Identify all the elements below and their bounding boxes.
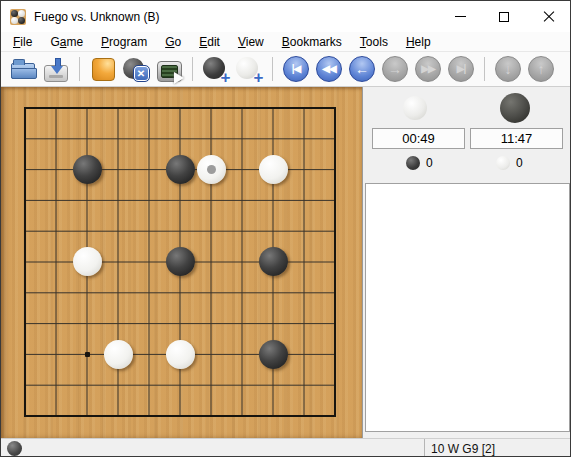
board-point-A11[interactable]	[10, 93, 41, 124]
board-point-K1[interactable]	[289, 401, 320, 432]
board-point-B5[interactable]	[41, 277, 72, 308]
board-point-L5[interactable]	[320, 277, 351, 308]
board-point-F1[interactable]	[165, 401, 196, 432]
board-point-H6[interactable]	[227, 247, 258, 278]
board-point-K3[interactable]	[289, 339, 320, 370]
board-point-F5[interactable]	[165, 277, 196, 308]
board-point-L1[interactable]	[320, 401, 351, 432]
board-point-D3[interactable]	[103, 339, 134, 370]
board-point-G7[interactable]	[196, 216, 227, 247]
board-point-D11[interactable]	[103, 93, 134, 124]
board-point-C1[interactable]	[72, 401, 103, 432]
black-stone-F6	[166, 247, 195, 276]
board-point-K5[interactable]	[289, 277, 320, 308]
hoshi-point-C3	[85, 352, 90, 357]
board-point-L4[interactable]	[320, 308, 351, 339]
board-point-J1[interactable]	[258, 401, 289, 432]
board-point-E3[interactable]	[134, 339, 165, 370]
minimize-icon	[455, 16, 466, 17]
previous-variation-button: ↑	[527, 55, 555, 83]
icon-white-stone	[11, 17, 18, 24]
board-point-C9[interactable]	[72, 154, 103, 185]
white-player-stone	[403, 96, 427, 120]
play-black-button[interactable]: +	[202, 55, 230, 83]
board-point-L6[interactable]	[320, 247, 351, 278]
plus-icon: +	[254, 69, 264, 86]
board-point-H9[interactable]	[227, 154, 258, 185]
board-point-C3[interactable]	[72, 339, 103, 370]
forward-10-button: ▶▶	[414, 55, 442, 83]
comment-area[interactable]	[365, 183, 570, 432]
app-window: Fuego vs. Unknown (B) FileGameProgramGoE…	[0, 0, 571, 457]
board-point-F4[interactable]	[165, 308, 196, 339]
menu-tools[interactable]: Tools	[351, 33, 397, 51]
board-point-J9[interactable]	[258, 154, 289, 185]
board-point-B1[interactable]	[41, 401, 72, 432]
close-button[interactable]	[526, 1, 570, 32]
window-title: Fuego vs. Unknown (B)	[34, 10, 159, 24]
board-point-J3[interactable]	[258, 339, 289, 370]
toolbar-separator	[79, 57, 80, 81]
board-point-D6[interactable]	[103, 247, 134, 278]
board-point-K8[interactable]	[289, 185, 320, 216]
pass-icon: ✕	[123, 56, 150, 83]
captured-white-stone-icon	[496, 156, 510, 170]
board-point-A7[interactable]	[10, 216, 41, 247]
board-point-K11[interactable]	[289, 93, 320, 124]
save-button[interactable]	[42, 55, 70, 83]
board-point-J6[interactable]	[258, 247, 289, 278]
maximize-button[interactable]	[482, 1, 526, 32]
board-point-C4[interactable]	[72, 308, 103, 339]
black-stone-J3	[259, 340, 288, 369]
board-point-B2[interactable]	[41, 370, 72, 401]
last-move-marker	[207, 165, 216, 174]
icon-black-stone	[11, 10, 18, 17]
pass-x-icon: ✕	[133, 65, 150, 82]
play-white-icon: +	[236, 56, 263, 83]
pass-button[interactable]: ✕	[122, 55, 150, 83]
board-point-G6[interactable]	[196, 247, 227, 278]
menu-help[interactable]: Help	[397, 33, 440, 51]
board-point-K2[interactable]	[289, 370, 320, 401]
board-point-G9[interactable]	[196, 154, 227, 185]
white-clock: 00:49	[372, 128, 465, 149]
board-point-J11[interactable]	[258, 93, 289, 124]
main-area: 00:49 11:47 0 0	[1, 87, 570, 438]
board-point-F3[interactable]	[165, 339, 196, 370]
board-point-F11[interactable]	[165, 93, 196, 124]
board-point-J10[interactable]	[258, 123, 289, 154]
board-point-A6[interactable]	[10, 247, 41, 278]
status-separator	[424, 439, 425, 457]
title-bar[interactable]: Fuego vs. Unknown (B)	[1, 1, 570, 32]
board-point-G1[interactable]	[196, 401, 227, 432]
white-captures: 0	[406, 156, 433, 170]
board-point-L3[interactable]	[320, 339, 351, 370]
black-captures: 0	[496, 156, 523, 170]
toolbar-separator	[192, 57, 193, 81]
board-point-K7[interactable]	[289, 216, 320, 247]
menu-file[interactable]: File	[4, 33, 41, 51]
toolbar-separator	[484, 57, 485, 81]
board-point-C8[interactable]	[72, 185, 103, 216]
board-point-F7[interactable]	[165, 216, 196, 247]
board-point-B10[interactable]	[41, 123, 72, 154]
board-intersections	[10, 93, 351, 432]
board-point-E10[interactable]	[134, 123, 165, 154]
board-point-D2[interactable]	[103, 370, 134, 401]
board-point-F9[interactable]	[165, 154, 196, 185]
board-point-H2[interactable]	[227, 370, 258, 401]
board-point-G4[interactable]	[196, 308, 227, 339]
black-stone-C9	[73, 155, 102, 184]
board-point-H8[interactable]	[227, 185, 258, 216]
board-point-J7[interactable]	[258, 216, 289, 247]
close-icon	[543, 11, 554, 22]
menu-program[interactable]: Program	[92, 33, 156, 51]
board-point-E4[interactable]	[134, 308, 165, 339]
board-point-G8[interactable]	[196, 185, 227, 216]
board-point-H5[interactable]	[227, 277, 258, 308]
backward-10-icon: ◀◀	[316, 56, 342, 82]
end-button: ▶|	[447, 55, 475, 83]
board-point-A5[interactable]	[10, 277, 41, 308]
white-stone-F3	[166, 340, 195, 369]
down-arrow-icon: ↓	[495, 56, 521, 82]
go-to-end-icon: ▶|	[448, 56, 474, 82]
board-point-L10[interactable]	[320, 123, 351, 154]
board-point-F6[interactable]	[165, 247, 196, 278]
open-button[interactable]	[9, 55, 37, 83]
board-point-G5[interactable]	[196, 277, 227, 308]
icon-white-stone	[18, 10, 25, 17]
board-point-C5[interactable]	[72, 277, 103, 308]
toolbar-separator	[272, 57, 273, 81]
board-point-K9[interactable]	[289, 154, 320, 185]
white-stone-G9	[197, 155, 226, 184]
board-point-K4[interactable]	[289, 308, 320, 339]
save-disk-icon	[44, 65, 68, 82]
board-point-B7[interactable]	[41, 216, 72, 247]
board-point-H7[interactable]	[227, 216, 258, 247]
board-point-H10[interactable]	[227, 123, 258, 154]
board-point-J5[interactable]	[258, 277, 289, 308]
menubar: FileGameProgramGoEditViewBookmarksToolsH…	[1, 32, 570, 52]
icon-black-stone	[18, 17, 25, 24]
board-point-G11[interactable]	[196, 93, 227, 124]
board-point-A9[interactable]	[10, 154, 41, 185]
board-point-B6[interactable]	[41, 247, 72, 278]
board-point-A1[interactable]	[10, 401, 41, 432]
board-point-E8[interactable]	[134, 185, 165, 216]
forward-10-icon: ▶▶	[415, 56, 441, 82]
play-white-button[interactable]: +	[235, 55, 263, 83]
board-point-F8[interactable]	[165, 185, 196, 216]
play-icon	[157, 61, 182, 82]
board-point-A8[interactable]	[10, 185, 41, 216]
board-point-H11[interactable]	[227, 93, 258, 124]
play-arrow-icon	[174, 72, 184, 84]
play-button[interactable]	[155, 55, 183, 83]
captured-black-stone-icon	[406, 156, 420, 170]
window-controls	[438, 1, 570, 32]
board-point-G3[interactable]	[196, 339, 227, 370]
board-point-D8[interactable]	[103, 185, 134, 216]
board-point-G10[interactable]	[196, 123, 227, 154]
go-to-beginning-icon: |◀	[283, 56, 309, 82]
menu-go[interactable]: Go	[156, 33, 190, 51]
menu-game[interactable]: Game	[41, 33, 92, 51]
white-stone-J9	[259, 155, 288, 184]
board-point-L7[interactable]	[320, 216, 351, 247]
open-folder-icon	[11, 63, 35, 79]
menu-bookmarks[interactable]: Bookmarks	[273, 33, 351, 51]
backward-10-button[interactable]: ◀◀	[315, 55, 343, 83]
board-point-A10[interactable]	[10, 123, 41, 154]
up-arrow-icon: ↑	[528, 56, 554, 82]
backward-icon: ←	[349, 56, 375, 82]
board-point-C6[interactable]	[72, 247, 103, 278]
save-arrow-icon	[51, 58, 63, 73]
board-point-D4[interactable]	[103, 308, 134, 339]
board-point-E11[interactable]	[134, 93, 165, 124]
board-point-C7[interactable]	[72, 216, 103, 247]
play-black-icon: +	[203, 56, 230, 83]
board-point-H3[interactable]	[227, 339, 258, 370]
board-point-B9[interactable]	[41, 154, 72, 185]
board-point-L2[interactable]	[320, 370, 351, 401]
board-point-B4[interactable]	[41, 308, 72, 339]
board-point-L8[interactable]	[320, 185, 351, 216]
board-point-D5[interactable]	[103, 277, 134, 308]
board-point-L11[interactable]	[320, 93, 351, 124]
next-variation-button: ↓	[494, 55, 522, 83]
board-point-C11[interactable]	[72, 93, 103, 124]
app-icon	[10, 9, 26, 25]
board-point-D7[interactable]	[103, 216, 134, 247]
board-point-J4[interactable]	[258, 308, 289, 339]
board-point-D10[interactable]	[103, 123, 134, 154]
black-player-stone	[500, 93, 530, 123]
board-point-B11[interactable]	[41, 93, 72, 124]
maximize-icon	[499, 12, 509, 22]
board-point-D1[interactable]	[103, 401, 134, 432]
board-point-A3[interactable]	[10, 339, 41, 370]
board-point-L9[interactable]	[320, 154, 351, 185]
board-point-B8[interactable]	[41, 185, 72, 216]
board-point-J8[interactable]	[258, 185, 289, 216]
board-point-E2[interactable]	[134, 370, 165, 401]
info-panel: 00:49 11:47 0 0	[362, 87, 571, 438]
menu-view[interactable]: View	[229, 33, 273, 51]
go-board	[1, 87, 362, 438]
white-stone-C6	[73, 247, 102, 276]
minimize-button[interactable]	[438, 1, 482, 32]
plus-icon: +	[221, 69, 231, 86]
board-point-E6[interactable]	[134, 247, 165, 278]
black-stone-F9	[166, 155, 195, 184]
board-point-K6[interactable]	[289, 247, 320, 278]
board-point-B3[interactable]	[41, 339, 72, 370]
new-game-button[interactable]	[89, 55, 117, 83]
board-point-J2[interactable]	[258, 370, 289, 401]
board-point-E5[interactable]	[134, 277, 165, 308]
menu-edit[interactable]: Edit	[190, 33, 229, 51]
board-point-E7[interactable]	[134, 216, 165, 247]
board-point-K10[interactable]	[289, 123, 320, 154]
black-stone-J6	[259, 247, 288, 276]
backward-button[interactable]: ←	[348, 55, 376, 83]
forward-icon: →	[382, 56, 408, 82]
new-game-icon	[92, 58, 115, 81]
captured-black-count: 0	[426, 156, 433, 170]
board-point-D9[interactable]	[103, 154, 134, 185]
status-move-text: 10 W G9 [2]	[431, 439, 495, 457]
forward-button: →	[381, 55, 409, 83]
board-point-C2[interactable]	[72, 370, 103, 401]
board-point-F10[interactable]	[165, 123, 196, 154]
status-bar: 10 W G9 [2]	[1, 438, 570, 457]
black-clock: 11:47	[470, 128, 563, 149]
beginning-button[interactable]: |◀	[282, 55, 310, 83]
board-point-G2[interactable]	[196, 370, 227, 401]
board-point-A4[interactable]	[10, 308, 41, 339]
white-stone-D3	[104, 340, 133, 369]
board-point-H4[interactable]	[227, 308, 258, 339]
board-point-C10[interactable]	[72, 123, 103, 154]
captured-white-count: 0	[516, 156, 523, 170]
board-point-E1[interactable]	[134, 401, 165, 432]
board-point-F2[interactable]	[165, 370, 196, 401]
board-point-A2[interactable]	[10, 370, 41, 401]
toolbar: ✕ + + |◀ ◀◀ ← → ▶▶ ▶|	[1, 52, 570, 87]
to-move-stone-icon	[7, 441, 22, 456]
board-point-E9[interactable]	[134, 154, 165, 185]
board-point-H1[interactable]	[227, 401, 258, 432]
